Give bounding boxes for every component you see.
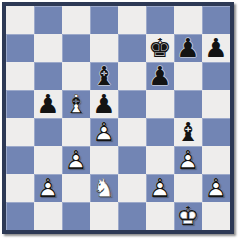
white-bishop-c5[interactable]: ♝♗ <box>62 90 90 118</box>
white-piece-outline: ♙ <box>174 146 202 174</box>
square-e4[interactable] <box>118 118 146 146</box>
white-piece-outline: ♙ <box>34 174 62 202</box>
white-piece-outline: ♙ <box>202 174 230 202</box>
white-piece-outline: ♘ <box>90 174 118 202</box>
square-d6[interactable]: ♝ <box>90 62 118 90</box>
square-f1[interactable] <box>146 202 174 230</box>
square-g3[interactable]: ♟♙ <box>174 146 202 174</box>
square-b8[interactable] <box>34 6 62 34</box>
square-c3[interactable]: ♟♙ <box>62 146 90 174</box>
board-frame: ♚♟♟♝♟♟♝♗♟♟♙♝♟♙♟♙♟♙♞♘♟♙♟♙♚♔ <box>2 2 234 234</box>
square-f3[interactable] <box>146 146 174 174</box>
black-pawn-g7[interactable]: ♟ <box>174 34 202 62</box>
black-bishop-d6[interactable]: ♝ <box>90 62 118 90</box>
square-h6[interactable] <box>202 62 230 90</box>
square-d3[interactable] <box>90 146 118 174</box>
square-g8[interactable] <box>174 6 202 34</box>
square-c4[interactable] <box>62 118 90 146</box>
square-g5[interactable] <box>174 90 202 118</box>
square-b4[interactable] <box>34 118 62 146</box>
square-e7[interactable] <box>118 34 146 62</box>
square-b2[interactable]: ♟♙ <box>34 174 62 202</box>
square-g7[interactable]: ♟ <box>174 34 202 62</box>
white-piece-outline: ♙ <box>90 118 118 146</box>
white-pawn-h2[interactable]: ♟♙ <box>202 174 230 202</box>
square-b5[interactable]: ♟ <box>34 90 62 118</box>
square-d1[interactable] <box>90 202 118 230</box>
square-c8[interactable] <box>62 6 90 34</box>
square-c2[interactable] <box>62 174 90 202</box>
square-c1[interactable] <box>62 202 90 230</box>
square-d8[interactable] <box>90 6 118 34</box>
square-g1[interactable]: ♚♔ <box>174 202 202 230</box>
white-piece-outline: ♙ <box>146 174 174 202</box>
square-f7[interactable]: ♚ <box>146 34 174 62</box>
white-knight-d2[interactable]: ♞♘ <box>90 174 118 202</box>
square-d5[interactable]: ♟ <box>90 90 118 118</box>
black-pawn-h7[interactable]: ♟ <box>202 34 230 62</box>
square-h7[interactable]: ♟ <box>202 34 230 62</box>
square-f6[interactable]: ♟ <box>146 62 174 90</box>
black-pawn-d5[interactable]: ♟ <box>90 90 118 118</box>
white-pawn-d4[interactable]: ♟♙ <box>90 118 118 146</box>
square-a6[interactable] <box>6 62 34 90</box>
square-h2[interactable]: ♟♙ <box>202 174 230 202</box>
white-pawn-b2[interactable]: ♟♙ <box>34 174 62 202</box>
square-h5[interactable] <box>202 90 230 118</box>
square-e6[interactable] <box>118 62 146 90</box>
square-a8[interactable] <box>6 6 34 34</box>
square-g2[interactable] <box>174 174 202 202</box>
square-e1[interactable] <box>118 202 146 230</box>
page-background: ♚♟♟♝♟♟♝♗♟♟♙♝♟♙♟♙♟♙♞♘♟♙♟♙♚♔ <box>0 0 240 239</box>
white-piece-outline: ♔ <box>174 202 202 230</box>
square-c5[interactable]: ♝♗ <box>62 90 90 118</box>
chess-board: ♚♟♟♝♟♟♝♗♟♟♙♝♟♙♟♙♟♙♞♘♟♙♟♙♚♔ <box>6 6 230 230</box>
square-e8[interactable] <box>118 6 146 34</box>
square-a2[interactable] <box>6 174 34 202</box>
square-a5[interactable] <box>6 90 34 118</box>
square-h8[interactable] <box>202 6 230 34</box>
square-g6[interactable] <box>174 62 202 90</box>
square-b1[interactable] <box>34 202 62 230</box>
white-pawn-f2[interactable]: ♟♙ <box>146 174 174 202</box>
square-h3[interactable] <box>202 146 230 174</box>
white-pawn-c3[interactable]: ♟♙ <box>62 146 90 174</box>
square-f2[interactable]: ♟♙ <box>146 174 174 202</box>
square-h1[interactable] <box>202 202 230 230</box>
square-a7[interactable] <box>6 34 34 62</box>
square-b6[interactable] <box>34 62 62 90</box>
square-f4[interactable] <box>146 118 174 146</box>
black-bishop-g4[interactable]: ♝ <box>174 118 202 146</box>
square-f8[interactable] <box>146 6 174 34</box>
black-pawn-f6[interactable]: ♟ <box>146 62 174 90</box>
square-f5[interactable] <box>146 90 174 118</box>
square-d2[interactable]: ♞♘ <box>90 174 118 202</box>
black-pawn-b5[interactable]: ♟ <box>34 90 62 118</box>
square-d7[interactable] <box>90 34 118 62</box>
square-a1[interactable] <box>6 202 34 230</box>
square-a4[interactable] <box>6 118 34 146</box>
square-h4[interactable] <box>202 118 230 146</box>
square-b3[interactable] <box>34 146 62 174</box>
black-king-f7[interactable]: ♚ <box>146 34 174 62</box>
square-e5[interactable] <box>118 90 146 118</box>
square-a3[interactable] <box>6 146 34 174</box>
white-piece-outline: ♗ <box>62 90 90 118</box>
white-king-g1[interactable]: ♚♔ <box>174 202 202 230</box>
square-c7[interactable] <box>62 34 90 62</box>
white-pawn-g3[interactable]: ♟♙ <box>174 146 202 174</box>
square-b7[interactable] <box>34 34 62 62</box>
square-e3[interactable] <box>118 146 146 174</box>
square-g4[interactable]: ♝ <box>174 118 202 146</box>
square-c6[interactable] <box>62 62 90 90</box>
white-piece-outline: ♙ <box>62 146 90 174</box>
square-e2[interactable] <box>118 174 146 202</box>
square-d4[interactable]: ♟♙ <box>90 118 118 146</box>
